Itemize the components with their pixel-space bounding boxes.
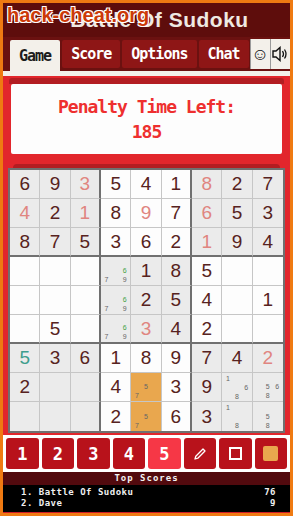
score-name: 1. Battle Of Sudoku [21,487,133,498]
pencil-note: 8 [232,392,241,401]
sudoku-cell-r3c1[interactable]: 8 [10,228,40,257]
sudoku-cell-r5c9[interactable]: 1 [253,286,283,315]
pencil-note: 1 [223,403,232,412]
number-toolbar: 12345 [3,435,290,472]
pencil-note: 7 [132,391,141,400]
cell-value: 3 [141,318,152,340]
pencil-note: 7 [102,304,111,313]
square-outline-icon [229,447,242,460]
highlight-button[interactable] [255,438,288,469]
pencil-note: 7 [102,275,111,284]
sudoku-cell-r2c8[interactable]: 5 [222,199,252,228]
cell-value: 4 [171,318,182,340]
smiley-button[interactable]: ☺ [250,39,270,69]
cell-value: 3 [201,406,212,428]
sudoku-cell-r9c7[interactable]: 3 [192,402,222,431]
sudoku-cell-r1c2[interactable]: 9 [40,170,70,199]
sudoku-cell-r4c8[interactable] [222,257,252,286]
cell-value: 6 [19,173,30,195]
sudoku-cell-r4c5[interactable]: 1 [131,257,161,286]
cell-value: 5 [80,231,91,253]
sudoku-cell-r7c7[interactable]: 7 [192,344,222,373]
sudoku-cell-r8c6[interactable]: 3 [162,373,192,402]
cell-value: 6 [80,347,91,369]
sudoku-cell-r6c5[interactable]: 3 [131,315,161,344]
cell-value: 8 [110,202,121,224]
sudoku-cell-r8c7[interactable]: 9 [192,373,222,402]
pencil-note: 6 [120,323,129,332]
pencil-note: 7 [102,332,111,341]
clear-cell-button[interactable] [219,438,252,469]
digit-button-2[interactable]: 2 [42,438,75,469]
cell-value: 2 [201,318,212,340]
sudoku-cell-r5c7[interactable]: 4 [192,286,222,315]
pencil-notes: 168 [223,374,250,400]
score-name: 2. Dave [21,498,62,509]
top-scores-list: 1. Battle Of Sudoku762. Dave9 [3,485,290,512]
sudoku-cell-r4c2[interactable] [40,257,70,286]
pencil-notes: 679 [102,258,129,284]
title-bar: hack-cheat.org Battle Of Sudoku [3,3,290,37]
score-value: 9 [270,498,276,509]
sudoku-cell-r9c1[interactable] [10,402,40,431]
cell-value: 8 [171,260,182,282]
cell-value: 4 [19,202,30,224]
cell-value: 6 [171,406,182,428]
sudoku-board: 6935418274218976538753621946791856792541… [8,168,285,433]
cell-value: 2 [50,202,61,224]
cell-value: 7 [171,202,182,224]
sudoku-cell-r9c6[interactable]: 6 [162,402,192,431]
cell-value: 3 [171,376,182,398]
cell-value: 9 [171,347,182,369]
sudoku-cell-r1c4[interactable]: 5 [101,170,131,199]
pencil-notes: 57 [132,403,159,430]
cell-value: 5 [110,173,121,195]
top-scores-header: Top Scores [3,472,290,485]
cell-value: 7 [201,347,212,369]
score-row: 2. Dave9 [3,498,290,509]
cell-value: 2 [141,289,152,311]
pencil-notes: 679 [102,316,129,341]
sudoku-cell-r9c8[interactable]: 18 [222,402,252,431]
cell-value: 5 [171,289,182,311]
cell-value: 1 [201,231,212,253]
cell-value: 7 [263,173,274,195]
pencil-note: 8 [263,391,272,400]
pencil-note: 6 [120,266,129,275]
sudoku-cell-r9c4[interactable]: 2 [101,402,131,431]
orange-swatch [263,446,278,461]
sudoku-cell-r3c6[interactable]: 2 [162,228,192,257]
sudoku-cell-r2c6[interactable]: 7 [162,199,192,228]
pencil-note: 7 [132,421,141,430]
digit-button-3[interactable]: 3 [77,438,110,469]
sudoku-cell-r1c1[interactable]: 6 [10,170,40,199]
pencil-note: 1 [223,374,232,383]
sudoku-cell-r4c1[interactable] [10,257,40,286]
pencil-note: 8 [232,421,241,430]
sudoku-cell-r7c8[interactable]: 4 [222,344,252,373]
cell-value: 5 [50,318,61,340]
sudoku-cell-r3c9[interactable]: 4 [253,228,283,257]
sudoku-cell-r8c4[interactable]: 4 [101,373,131,402]
sudoku-cell-r1c7[interactable]: 8 [192,170,222,199]
sudoku-cell-r4c9[interactable] [253,257,283,286]
cell-value: 1 [171,173,182,195]
pencil-button[interactable] [184,438,217,469]
tab-bar: GameScoreOptionsChat ☺ [3,37,290,71]
cell-value: 5 [232,202,243,224]
cell-value: 4 [232,347,243,369]
pencil-notes: 58 [254,403,282,430]
sudoku-cell-r1c6[interactable]: 1 [162,170,192,199]
sudoku-cell-r1c8[interactable]: 2 [222,170,252,199]
penalty-value: 185 [132,121,162,142]
tab-chat[interactable]: Chat [199,40,249,68]
score-row: 1. Battle Of Sudoku76 [3,487,290,498]
smiley-icon: ☺ [252,46,269,63]
pencil-notes: 679 [102,287,129,313]
cell-value: 2 [110,406,121,428]
sudoku-cell-r7c5[interactable]: 8 [131,344,161,373]
pencil-icon [192,446,208,462]
sudoku-cell-r7c3[interactable]: 6 [71,344,101,373]
sudoku-cell-r2c7[interactable]: 6 [192,199,222,228]
pencil-note: 5 [263,382,272,391]
cell-value: 9 [201,376,212,398]
sudoku-cell-r7c9[interactable]: 2 [253,344,283,373]
cell-value: 5 [201,260,212,282]
sudoku-cell-r8c8[interactable]: 168 [222,373,252,402]
sudoku-cell-r2c1[interactable]: 4 [10,199,40,228]
sudoku-cell-r7c2[interactable]: 3 [40,344,70,373]
watermark: hack-cheat.org [7,4,149,27]
cell-value: 2 [19,376,30,398]
pencil-notes: 568 [254,374,282,400]
penalty-label: Penalty Time Left: [58,96,235,117]
sudoku-cell-r3c4[interactable]: 3 [101,228,131,257]
cell-value: 3 [263,202,274,224]
sudoku-cell-r7c6[interactable]: 9 [162,344,192,373]
sudoku-cell-r9c3[interactable] [71,402,101,431]
sudoku-cell-r4c6[interactable]: 8 [162,257,192,286]
sudoku-cell-r6c3[interactable] [71,315,101,344]
cell-value: 4 [110,376,121,398]
sudoku-cell-r8c5[interactable]: 57 [131,373,161,402]
sudoku-cell-r3c5[interactable]: 6 [131,228,161,257]
pencil-note: 6 [120,295,129,304]
sudoku-cell-r8c1[interactable]: 2 [10,373,40,402]
cell-value: 2 [263,347,274,369]
cell-value: 8 [201,173,212,195]
cell-value: 4 [141,173,152,195]
app-window: hack-cheat.org Battle Of Sudoku GameScor… [0,0,293,516]
pencil-note: 6 [242,383,251,392]
digit-button-4[interactable]: 4 [113,438,146,469]
penalty-panel: Penalty Time Left: 185 [11,84,282,154]
sudoku-cell-r3c3[interactable]: 5 [71,228,101,257]
cell-value: 8 [19,231,30,253]
sudoku-cell-r6c4[interactable]: 679 [101,315,131,344]
sudoku-cell-r6c6[interactable]: 4 [162,315,192,344]
sudoku-cell-r3c8[interactable]: 9 [222,228,252,257]
sudoku-cell-r8c3[interactable] [71,373,101,402]
sudoku-cell-r9c9[interactable]: 58 [253,402,283,431]
sudoku-cell-r4c4[interactable]: 679 [101,257,131,286]
pencil-note: 5 [263,412,272,421]
pencil-note: 9 [120,304,129,313]
sudoku-cell-r7c1[interactable]: 5 [10,344,40,373]
sudoku-cell-r6c9[interactable] [253,315,283,344]
sudoku-cell-r2c3[interactable]: 1 [71,199,101,228]
sudoku-cell-r5c6[interactable]: 5 [162,286,192,315]
speaker-icon [272,46,289,62]
cell-value: 2 [171,231,182,253]
pencil-note: 5 [141,382,150,391]
tab-score[interactable]: Score [62,40,120,68]
pencil-notes: 57 [132,374,159,400]
sudoku-cell-r7c4[interactable]: 1 [101,344,131,373]
tab-game[interactable]: Game [10,40,60,71]
digit-button-5[interactable]: 5 [148,438,181,469]
sudoku-cell-r5c1[interactable] [10,286,40,315]
score-value: 76 [264,487,276,498]
sudoku-cell-r6c1[interactable] [10,315,40,344]
sudoku-cell-r6c7[interactable]: 2 [192,315,222,344]
sudoku-cell-r2c9[interactable]: 3 [253,199,283,228]
cell-value: 5 [19,347,30,369]
cell-value: 8 [141,347,152,369]
digit-button-1[interactable]: 1 [6,438,39,469]
cell-value: 1 [141,260,152,282]
cell-value: 1 [80,202,91,224]
cell-value: 3 [110,231,121,253]
cell-value: 9 [232,231,243,253]
sudoku-cell-r6c2[interactable]: 5 [40,315,70,344]
bottom-strip: hack-cheat.org [3,512,290,516]
sudoku-cell-r5c3[interactable] [71,286,101,315]
cell-value: 9 [50,173,61,195]
sudoku-cell-r2c4[interactable]: 8 [101,199,131,228]
sudoku-cell-r6c8[interactable] [222,315,252,344]
sudoku-cell-r3c2[interactable]: 7 [40,228,70,257]
sudoku-cell-r5c8[interactable] [222,286,252,315]
sudoku-cell-r8c9[interactable]: 568 [253,373,283,402]
sudoku-cell-r5c5[interactable]: 2 [131,286,161,315]
pencil-note: 5 [141,412,150,421]
sudoku-cell-r5c2[interactable] [40,286,70,315]
cell-value: 2 [232,173,243,195]
sudoku-cell-r5c4[interactable]: 679 [101,286,131,315]
tab-options[interactable]: Options [122,40,196,68]
cell-value: 6 [201,202,212,224]
pencil-note: 8 [263,421,272,430]
cell-value: 1 [110,347,121,369]
sound-button[interactable] [270,39,290,69]
sudoku-cell-r4c7[interactable]: 5 [192,257,222,286]
cell-value: 4 [201,289,212,311]
cell-value: 1 [263,289,274,311]
sudoku-cell-r3c7[interactable]: 1 [192,228,222,257]
cell-value: 4 [263,231,274,253]
penalty-zone: Penalty Time Left: 185 [3,76,290,164]
sudoku-cell-r1c3[interactable]: 3 [71,170,101,199]
sudoku-cell-r9c2[interactable] [40,402,70,431]
sudoku-cell-r9c5[interactable]: 57 [131,402,161,431]
sudoku-cell-r1c5[interactable]: 4 [131,170,161,199]
sudoku-cell-r8c2[interactable] [40,373,70,402]
cell-value: 9 [141,202,152,224]
sudoku-cell-r2c5[interactable]: 9 [131,199,161,228]
sudoku-cell-r4c3[interactable] [71,257,101,286]
cell-value: 7 [50,231,61,253]
cell-value: 3 [80,173,91,195]
pencil-note: 6 [273,382,282,391]
pencil-note: 9 [120,275,129,284]
pencil-notes: 18 [223,403,250,430]
cell-value: 6 [141,231,152,253]
board-zone: 6935418274218976538753621946791856792541… [3,164,290,435]
pencil-note: 9 [120,332,129,341]
sudoku-cell-r1c9[interactable]: 7 [253,170,283,199]
sudoku-cell-r2c2[interactable]: 2 [40,199,70,228]
cell-value: 3 [50,347,61,369]
